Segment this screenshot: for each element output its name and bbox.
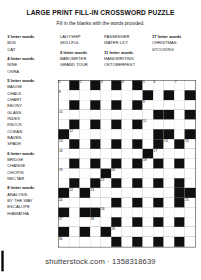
black-cell xyxy=(111,159,122,169)
white-cell[interactable] xyxy=(59,120,70,130)
clue-number: 17 xyxy=(154,149,158,152)
clue-number: 4 xyxy=(122,81,124,84)
white-cell[interactable]: 24 xyxy=(59,198,70,208)
white-cell[interactable] xyxy=(164,149,175,159)
black-cell xyxy=(111,217,122,227)
white-cell[interactable] xyxy=(90,198,101,208)
black-cell xyxy=(69,81,80,91)
black-cell xyxy=(59,188,70,198)
word-list-word: SPADE xyxy=(7,141,57,147)
white-cell[interactable] xyxy=(185,178,196,188)
black-cell xyxy=(111,100,122,110)
white-cell[interactable] xyxy=(132,110,143,120)
black-cell xyxy=(80,208,91,218)
black-cell xyxy=(153,178,164,188)
white-cell[interactable]: 2 xyxy=(80,81,91,91)
clue-number: 18 xyxy=(143,159,147,162)
clue-number: 20 xyxy=(112,169,116,172)
white-cell[interactable]: 15 xyxy=(185,139,196,149)
white-cell[interactable] xyxy=(90,110,101,120)
clue-number: 12 xyxy=(70,129,74,132)
black-cell xyxy=(111,120,122,130)
white-cell[interactable] xyxy=(143,237,154,247)
white-cell[interactable] xyxy=(101,198,112,208)
white-cell[interactable] xyxy=(101,100,112,110)
white-cell[interactable] xyxy=(185,100,196,110)
white-cell[interactable] xyxy=(69,227,80,237)
white-cell[interactable] xyxy=(122,149,133,159)
white-cell[interactable]: 28 xyxy=(90,217,101,227)
white-cell[interactable] xyxy=(153,208,164,218)
white-cell[interactable]: 27 xyxy=(59,217,70,227)
white-cell[interactable] xyxy=(69,208,80,218)
white-cell[interactable] xyxy=(132,149,143,159)
white-cell[interactable] xyxy=(122,159,133,169)
black-cell xyxy=(111,237,122,247)
white-cell[interactable] xyxy=(174,129,185,139)
clue-number: 5 xyxy=(143,81,145,84)
white-cell[interactable] xyxy=(185,159,196,169)
clue-number: 8 xyxy=(59,90,61,93)
white-cell[interactable]: 1 xyxy=(59,81,70,91)
white-cell[interactable] xyxy=(132,227,143,237)
white-cell[interactable] xyxy=(122,217,133,227)
clue-number: 21 xyxy=(101,178,105,181)
clue-number: 30 xyxy=(59,237,63,240)
clue-number: 15 xyxy=(185,139,189,142)
black-cell xyxy=(132,159,143,169)
white-cell[interactable] xyxy=(153,100,164,110)
white-cell[interactable] xyxy=(80,237,91,247)
white-cell[interactable] xyxy=(132,208,143,218)
word-list-column-2: LADYSHIPSKILLFUL9 letter wordsBAROMETERG… xyxy=(60,34,104,69)
black-cell xyxy=(164,90,175,100)
black-cell xyxy=(90,178,101,188)
white-cell[interactable] xyxy=(185,217,196,227)
white-cell[interactable] xyxy=(164,178,175,188)
white-cell[interactable]: 23 xyxy=(90,188,101,198)
black-cell xyxy=(90,81,101,91)
black-cell xyxy=(90,159,101,169)
white-cell[interactable] xyxy=(122,188,133,198)
word-list-column-3: PASSENGERWATER LILY11 letter wordsHANDWR… xyxy=(104,34,151,69)
word-list-word: STOCKING xyxy=(152,46,199,52)
clue-number: 22 xyxy=(70,188,74,191)
clue-number: 10 xyxy=(59,110,63,113)
clue-number: 3 xyxy=(101,81,103,84)
white-cell[interactable] xyxy=(174,227,185,237)
white-cell[interactable] xyxy=(164,227,175,237)
clue-number: 28 xyxy=(91,217,95,220)
white-cell[interactable] xyxy=(111,129,122,139)
clue-number: 14 xyxy=(164,139,168,142)
white-cell[interactable] xyxy=(143,139,154,149)
white-cell[interactable] xyxy=(90,149,101,159)
white-cell[interactable] xyxy=(185,208,196,218)
white-cell[interactable] xyxy=(153,169,164,179)
white-cell[interactable] xyxy=(80,129,91,139)
white-cell[interactable] xyxy=(90,237,101,247)
white-cell[interactable] xyxy=(132,169,143,179)
white-cell[interactable]: 6 xyxy=(153,81,164,91)
white-cell[interactable] xyxy=(174,208,185,218)
black-cell xyxy=(153,237,164,247)
white-cell[interactable] xyxy=(101,129,112,139)
word-list-word: GRAND TOUR xyxy=(60,62,104,68)
white-cell[interactable] xyxy=(185,81,196,91)
white-cell[interactable] xyxy=(185,237,196,247)
black-cell xyxy=(69,178,80,188)
black-cell xyxy=(69,100,80,110)
white-cell[interactable] xyxy=(122,110,133,120)
black-cell xyxy=(90,139,101,149)
white-cell[interactable]: 10 xyxy=(59,110,70,120)
crossword-grid: 1234567891011121314151617181920212223242… xyxy=(58,80,196,247)
clue-number: 6 xyxy=(154,81,156,84)
white-cell[interactable] xyxy=(101,237,112,247)
black-cell xyxy=(153,129,164,139)
clue-number: 13 xyxy=(59,139,63,142)
black-cell xyxy=(132,198,143,208)
white-cell[interactable] xyxy=(90,169,101,179)
watermark-text: shutterstock.com · 1358318639 xyxy=(0,257,201,266)
black-cell xyxy=(132,81,143,91)
white-cell[interactable] xyxy=(59,178,70,188)
black-cell xyxy=(185,188,196,198)
black-cell xyxy=(174,237,185,247)
white-cell[interactable]: 5 xyxy=(143,81,154,91)
black-cell xyxy=(153,159,164,169)
white-cell[interactable] xyxy=(185,149,196,159)
white-cell[interactable] xyxy=(164,159,175,169)
white-cell[interactable] xyxy=(69,237,80,247)
white-cell[interactable] xyxy=(111,110,122,120)
white-cell[interactable] xyxy=(143,217,154,227)
white-cell[interactable] xyxy=(122,90,133,100)
white-cell[interactable] xyxy=(80,139,91,149)
white-cell[interactable]: 7 xyxy=(174,81,185,91)
black-cell xyxy=(185,90,196,100)
puzzle-page: LARGE PRINT FILL-IN CROSSWORD PUZZLE Fil… xyxy=(0,0,201,280)
white-cell[interactable] xyxy=(111,149,122,159)
word-list-column-1: 3 letter wordsBUSCAT4 letter wordsNINEOK… xyxy=(7,34,57,217)
white-cell[interactable] xyxy=(164,188,175,198)
white-cell[interactable] xyxy=(69,110,80,120)
black-cell xyxy=(111,139,122,149)
white-cell[interactable] xyxy=(59,100,70,110)
black-cell xyxy=(111,81,122,91)
white-cell[interactable] xyxy=(80,198,91,208)
white-cell[interactable] xyxy=(122,169,133,179)
white-cell[interactable] xyxy=(80,159,91,169)
white-cell[interactable] xyxy=(80,120,91,130)
white-cell[interactable] xyxy=(164,208,175,218)
white-cell[interactable] xyxy=(122,100,133,110)
black-cell xyxy=(164,110,175,120)
white-cell[interactable] xyxy=(101,188,112,198)
black-cell xyxy=(132,139,143,149)
black-cell xyxy=(143,149,154,159)
black-cell xyxy=(69,139,80,149)
white-cell[interactable] xyxy=(80,100,91,110)
black-cell xyxy=(153,110,164,120)
clue-number: 7 xyxy=(175,81,177,84)
white-cell[interactable] xyxy=(69,149,80,159)
black-cell xyxy=(174,178,185,188)
white-cell[interactable]: 21 xyxy=(101,178,112,188)
white-cell[interactable]: 3 xyxy=(101,81,112,91)
white-cell[interactable] xyxy=(143,110,154,120)
black-cell xyxy=(174,217,185,227)
white-cell[interactable] xyxy=(132,188,143,198)
black-cell xyxy=(174,159,185,169)
word-list-column-4: 17 letter wordsCHRISTMASSTOCKING xyxy=(152,34,199,53)
white-cell[interactable] xyxy=(174,100,185,110)
clue-number: 25 xyxy=(185,198,189,201)
page-title: LARGE PRINT FILL-IN CROSSWORD PUZZLE xyxy=(0,9,201,17)
black-cell xyxy=(132,217,143,227)
white-cell[interactable]: 8 xyxy=(59,90,70,100)
white-cell[interactable] xyxy=(90,227,101,237)
black-cell xyxy=(132,237,143,247)
white-cell[interactable] xyxy=(185,169,196,179)
white-cell[interactable] xyxy=(101,159,112,169)
page-subtitle: Fill in the blanks with the words provid… xyxy=(0,21,201,26)
black-cell xyxy=(80,227,91,237)
white-cell[interactable]: 17 xyxy=(153,149,164,159)
word-list-word: OKRA xyxy=(7,68,57,74)
white-cell[interactable] xyxy=(143,169,154,179)
white-cell[interactable] xyxy=(174,90,185,100)
white-cell[interactable] xyxy=(122,208,133,218)
white-cell[interactable] xyxy=(80,169,91,179)
black-cell xyxy=(132,100,143,110)
clue-number: 16 xyxy=(59,149,63,152)
white-cell[interactable] xyxy=(143,198,154,208)
black-cell xyxy=(174,198,185,208)
white-cell[interactable] xyxy=(80,178,91,188)
white-cell[interactable] xyxy=(174,149,185,159)
white-cell[interactable] xyxy=(111,208,122,218)
white-cell[interactable] xyxy=(185,227,196,237)
black-cell xyxy=(59,227,70,237)
black-cell xyxy=(132,178,143,188)
clue-number: 19 xyxy=(59,169,63,172)
white-cell[interactable]: 9 xyxy=(143,100,154,110)
black-cell xyxy=(101,227,112,237)
white-cell[interactable] xyxy=(164,81,175,91)
clue-number: 2 xyxy=(80,81,82,84)
clue-number: 29 xyxy=(112,227,116,230)
white-cell[interactable] xyxy=(132,129,143,139)
white-cell[interactable] xyxy=(122,129,133,139)
clue-number: 11 xyxy=(143,120,146,123)
white-cell[interactable] xyxy=(80,149,91,159)
white-cell[interactable] xyxy=(101,90,112,100)
white-cell[interactable] xyxy=(80,110,91,120)
white-cell[interactable] xyxy=(174,120,185,130)
black-cell xyxy=(69,120,80,130)
white-cell[interactable] xyxy=(122,227,133,237)
black-cell xyxy=(153,217,164,227)
white-cell[interactable]: 22 xyxy=(69,188,80,198)
white-cell[interactable]: 25 xyxy=(185,198,196,208)
clue-number: 23 xyxy=(91,188,95,191)
white-cell[interactable]: 14 xyxy=(164,139,175,149)
white-cell[interactable] xyxy=(153,188,164,198)
word-list-word: WATER LILY xyxy=(104,40,151,46)
black-cell xyxy=(153,198,164,208)
white-cell[interactable] xyxy=(80,90,91,100)
white-cell[interactable]: 30 xyxy=(59,237,70,247)
white-cell[interactable] xyxy=(69,90,80,100)
white-cell[interactable] xyxy=(80,217,91,227)
clue-number: 24 xyxy=(59,198,63,201)
black-cell xyxy=(185,110,196,120)
white-cell[interactable] xyxy=(122,178,133,188)
black-cell xyxy=(59,208,70,218)
white-cell[interactable] xyxy=(164,237,175,247)
white-cell[interactable] xyxy=(164,120,175,130)
white-cell[interactable] xyxy=(143,129,154,139)
white-cell[interactable] xyxy=(164,169,175,179)
white-cell[interactable] xyxy=(101,217,112,227)
word-list-word: CAT xyxy=(7,46,57,52)
white-cell[interactable]: 4 xyxy=(122,81,133,91)
white-cell[interactable]: 16 xyxy=(59,149,70,159)
white-cell[interactable] xyxy=(122,237,133,247)
black-cell xyxy=(90,100,101,110)
clue-number: 26 xyxy=(101,208,105,211)
white-cell[interactable] xyxy=(122,120,133,130)
white-cell[interactable]: 13 xyxy=(59,139,70,149)
black-cell xyxy=(111,178,122,188)
black-cell xyxy=(80,188,91,198)
black-cell xyxy=(111,198,122,208)
black-cell xyxy=(153,139,164,149)
white-cell[interactable] xyxy=(185,120,196,130)
word-list-word: SKILLFUL xyxy=(60,40,104,46)
clue-number: 9 xyxy=(143,100,145,103)
black-cell xyxy=(185,129,196,139)
black-cell xyxy=(174,188,185,198)
white-cell[interactable]: 29 xyxy=(111,227,122,237)
white-cell[interactable] xyxy=(122,198,133,208)
white-cell[interactable] xyxy=(132,90,143,100)
white-cell[interactable] xyxy=(90,90,101,100)
black-cell xyxy=(59,129,70,139)
black-cell xyxy=(90,208,101,218)
black-cell xyxy=(69,159,80,169)
white-cell[interactable]: 20 xyxy=(111,169,122,179)
white-cell[interactable]: 19 xyxy=(59,169,70,179)
white-cell[interactable] xyxy=(101,110,112,120)
white-cell[interactable] xyxy=(174,169,185,179)
white-cell[interactable]: 26 xyxy=(101,208,112,218)
black-cell xyxy=(90,120,101,130)
white-cell[interactable] xyxy=(69,217,80,227)
white-cell[interactable] xyxy=(153,120,164,130)
white-cell[interactable] xyxy=(69,198,80,208)
word-list-word: NECTAR xyxy=(7,176,57,182)
white-cell[interactable] xyxy=(111,90,122,100)
white-cell[interactable] xyxy=(153,90,164,100)
clue-number: 27 xyxy=(59,217,63,220)
white-cell[interactable] xyxy=(101,120,112,130)
word-list-word: HIAWATHA xyxy=(7,210,57,216)
white-cell[interactable] xyxy=(101,139,112,149)
white-cell[interactable] xyxy=(143,188,154,198)
black-cell xyxy=(164,129,175,139)
word-list-word: OKTOBERFEST xyxy=(104,62,151,68)
black-cell xyxy=(174,139,185,149)
white-cell[interactable] xyxy=(101,149,112,159)
white-cell[interactable] xyxy=(143,227,154,237)
black-cell xyxy=(101,169,112,179)
white-cell[interactable] xyxy=(164,198,175,208)
black-cell xyxy=(132,120,143,130)
white-cell[interactable] xyxy=(153,227,164,237)
white-cell[interactable] xyxy=(111,188,122,198)
white-cell[interactable] xyxy=(59,159,70,169)
white-cell[interactable]: 11 xyxy=(143,120,154,130)
white-cell[interactable] xyxy=(164,100,175,110)
white-cell[interactable] xyxy=(69,169,80,179)
black-cell xyxy=(143,90,154,100)
clue-number: 1 xyxy=(59,81,61,84)
white-cell[interactable] xyxy=(143,208,154,218)
white-cell[interactable] xyxy=(122,139,133,149)
white-cell[interactable]: 12 xyxy=(69,129,80,139)
white-cell[interactable] xyxy=(164,217,175,227)
white-cell[interactable] xyxy=(143,178,154,188)
white-cell[interactable] xyxy=(90,129,101,139)
white-cell[interactable]: 18 xyxy=(143,159,154,169)
white-cell[interactable] xyxy=(174,110,185,120)
